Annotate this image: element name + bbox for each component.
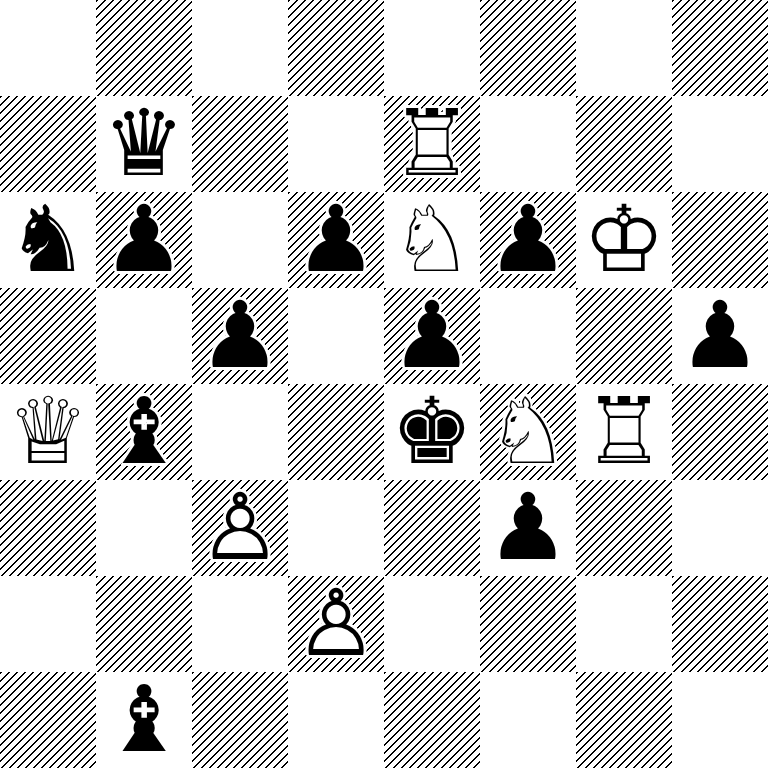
piece-glyph-layer: ♖	[384, 96, 480, 192]
square-b2[interactable]	[96, 576, 192, 672]
square-a1[interactable]	[0, 672, 96, 768]
square-b8[interactable]	[96, 0, 192, 96]
piece-black-knight[interactable]: ♞♞	[0, 192, 96, 288]
square-d4[interactable]	[288, 384, 384, 480]
square-d2[interactable]: ♟♙	[288, 576, 384, 672]
piece-white-knight[interactable]: ♞♘	[384, 192, 480, 288]
piece-white-rook[interactable]: ♜♖	[384, 96, 480, 192]
square-e2[interactable]	[384, 576, 480, 672]
piece-glyph-layer: ♟	[96, 192, 192, 288]
square-d7[interactable]	[288, 96, 384, 192]
piece-black-pawn[interactable]: ♟♟	[384, 288, 480, 384]
piece-black-pawn[interactable]: ♟♟	[672, 288, 768, 384]
square-a5[interactable]	[0, 288, 96, 384]
piece-black-bishop[interactable]: ♝♝	[96, 672, 192, 768]
square-f6[interactable]: ♟♟	[480, 192, 576, 288]
piece-white-pawn[interactable]: ♟♙	[192, 480, 288, 576]
piece-black-pawn[interactable]: ♟♟	[96, 192, 192, 288]
square-c8[interactable]	[192, 0, 288, 96]
square-f4[interactable]: ♞♘	[480, 384, 576, 480]
piece-glyph-layer: ♙	[192, 480, 288, 576]
piece-glyph-layer: ♝	[96, 672, 192, 768]
square-h2[interactable]	[672, 576, 768, 672]
piece-glyph-layer: ♛	[96, 96, 192, 192]
square-g7[interactable]	[576, 96, 672, 192]
square-g6[interactable]: ♚♔	[576, 192, 672, 288]
square-e1[interactable]	[384, 672, 480, 768]
piece-white-king[interactable]: ♚♔	[576, 192, 672, 288]
square-d1[interactable]	[288, 672, 384, 768]
piece-white-rook[interactable]: ♜♖	[576, 384, 672, 480]
square-h5[interactable]: ♟♟	[672, 288, 768, 384]
piece-black-bishop[interactable]: ♝♝	[96, 384, 192, 480]
square-e8[interactable]	[384, 0, 480, 96]
square-h3[interactable]	[672, 480, 768, 576]
piece-glyph-layer: ♖	[576, 384, 672, 480]
square-a3[interactable]	[0, 480, 96, 576]
piece-glyph-layer: ♟	[384, 288, 480, 384]
piece-glyph-layer: ♘	[384, 192, 480, 288]
square-g4[interactable]: ♜♖	[576, 384, 672, 480]
square-a2[interactable]	[0, 576, 96, 672]
piece-glyph-layer: ♟	[480, 192, 576, 288]
piece-glyph-layer: ♟	[288, 192, 384, 288]
piece-glyph-layer: ♟	[480, 480, 576, 576]
square-b6[interactable]: ♟♟	[96, 192, 192, 288]
piece-black-pawn[interactable]: ♟♟	[480, 192, 576, 288]
square-b3[interactable]	[96, 480, 192, 576]
square-b4[interactable]: ♝♝	[96, 384, 192, 480]
square-a4[interactable]: ♛♕	[0, 384, 96, 480]
square-g1[interactable]	[576, 672, 672, 768]
piece-glyph-layer: ♕	[0, 384, 96, 480]
square-f2[interactable]	[480, 576, 576, 672]
square-e7[interactable]: ♜♖	[384, 96, 480, 192]
piece-glyph-layer: ♞	[0, 192, 96, 288]
piece-glyph-layer: ♝	[96, 384, 192, 480]
square-g5[interactable]	[576, 288, 672, 384]
piece-black-king[interactable]: ♚♚	[384, 384, 480, 480]
square-d6[interactable]: ♟♟	[288, 192, 384, 288]
square-d3[interactable]	[288, 480, 384, 576]
piece-glyph-layer: ♙	[288, 576, 384, 672]
piece-glyph-layer: ♟	[192, 288, 288, 384]
chess-board: ♛♛♜♖♞♞♟♟♟♟♞♘♟♟♚♔♟♟♟♟♟♟♛♕♝♝♚♚♞♘♜♖♟♙♟♟♟♙♝♝	[0, 0, 768, 768]
square-c4[interactable]	[192, 384, 288, 480]
square-c3[interactable]: ♟♙	[192, 480, 288, 576]
square-e3[interactable]	[384, 480, 480, 576]
piece-glyph-layer: ♘	[480, 384, 576, 480]
square-g3[interactable]	[576, 480, 672, 576]
square-f7[interactable]	[480, 96, 576, 192]
square-b1[interactable]: ♝♝	[96, 672, 192, 768]
square-e5[interactable]: ♟♟	[384, 288, 480, 384]
square-f1[interactable]	[480, 672, 576, 768]
piece-black-pawn[interactable]: ♟♟	[288, 192, 384, 288]
piece-black-pawn[interactable]: ♟♟	[192, 288, 288, 384]
square-h6[interactable]	[672, 192, 768, 288]
square-f3[interactable]: ♟♟	[480, 480, 576, 576]
square-f5[interactable]	[480, 288, 576, 384]
square-a8[interactable]	[0, 0, 96, 96]
piece-white-knight[interactable]: ♞♘	[480, 384, 576, 480]
piece-black-queen[interactable]: ♛♛	[96, 96, 192, 192]
square-d5[interactable]	[288, 288, 384, 384]
square-c1[interactable]	[192, 672, 288, 768]
square-c2[interactable]	[192, 576, 288, 672]
square-a6[interactable]: ♞♞	[0, 192, 96, 288]
square-f8[interactable]	[480, 0, 576, 96]
square-g2[interactable]	[576, 576, 672, 672]
square-c6[interactable]	[192, 192, 288, 288]
square-h4[interactable]	[672, 384, 768, 480]
square-b7[interactable]: ♛♛	[96, 96, 192, 192]
square-b5[interactable]	[96, 288, 192, 384]
piece-black-pawn[interactable]: ♟♟	[480, 480, 576, 576]
square-h8[interactable]	[672, 0, 768, 96]
piece-glyph-layer: ♟	[672, 288, 768, 384]
piece-white-pawn[interactable]: ♟♙	[288, 576, 384, 672]
square-c7[interactable]	[192, 96, 288, 192]
square-d8[interactable]	[288, 0, 384, 96]
piece-glyph-layer: ♚	[384, 384, 480, 480]
square-h1[interactable]	[672, 672, 768, 768]
square-h7[interactable]	[672, 96, 768, 192]
square-a7[interactable]	[0, 96, 96, 192]
square-e6[interactable]: ♞♘	[384, 192, 480, 288]
square-g8[interactable]	[576, 0, 672, 96]
square-c5[interactable]: ♟♟	[192, 288, 288, 384]
square-e4[interactable]: ♚♚	[384, 384, 480, 480]
piece-white-queen[interactable]: ♛♕	[0, 384, 96, 480]
piece-glyph-layer: ♔	[576, 192, 672, 288]
